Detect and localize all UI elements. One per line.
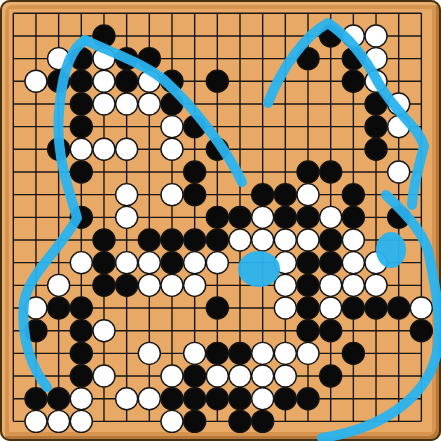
- black-stone[interactable]: [70, 320, 92, 342]
- black-stone[interactable]: [70, 161, 92, 183]
- go-board[interactable]: [0, 0, 441, 441]
- white-stone[interactable]: [161, 410, 183, 432]
- white-stone[interactable]: [116, 252, 138, 274]
- black-stone[interactable]: [410, 320, 432, 342]
- white-stone[interactable]: [116, 184, 138, 206]
- white-stone[interactable]: [274, 229, 296, 251]
- black-stone[interactable]: [70, 365, 92, 387]
- white-stone[interactable]: [297, 342, 319, 364]
- black-stone[interactable]: [184, 365, 206, 387]
- black-stone[interactable]: [161, 70, 183, 92]
- black-stone[interactable]: [206, 206, 228, 228]
- black-stone[interactable]: [206, 297, 228, 319]
- black-stone[interactable]: [297, 161, 319, 183]
- white-stone[interactable]: [252, 388, 274, 410]
- white-stone[interactable]: [138, 388, 160, 410]
- black-stone[interactable]: [365, 138, 387, 160]
- white-stone[interactable]: [320, 206, 342, 228]
- black-stone[interactable]: [25, 388, 47, 410]
- black-stone[interactable]: [48, 138, 70, 160]
- black-stone[interactable]: [184, 116, 206, 138]
- black-stone[interactable]: [388, 206, 410, 228]
- black-stone[interactable]: [206, 70, 228, 92]
- white-stone[interactable]: [138, 70, 160, 92]
- white-stone[interactable]: [184, 342, 206, 364]
- white-stone[interactable]: [388, 161, 410, 183]
- black-stone[interactable]: [184, 184, 206, 206]
- black-stone[interactable]: [297, 320, 319, 342]
- white-stone[interactable]: [342, 252, 364, 274]
- black-stone[interactable]: [365, 297, 387, 319]
- white-stone[interactable]: [365, 274, 387, 296]
- black-stone[interactable]: [70, 342, 92, 364]
- white-stone[interactable]: [138, 342, 160, 364]
- black-stone[interactable]: [274, 184, 296, 206]
- black-stone[interactable]: [93, 252, 115, 274]
- screenshot-stage: [0, 0, 441, 441]
- white-stone[interactable]: [48, 410, 70, 432]
- white-stone[interactable]: [388, 93, 410, 115]
- white-stone[interactable]: [93, 320, 115, 342]
- white-stone[interactable]: [342, 274, 364, 296]
- black-stone[interactable]: [93, 25, 115, 47]
- black-stone[interactable]: [48, 70, 70, 92]
- white-stone[interactable]: [274, 365, 296, 387]
- black-stone[interactable]: [161, 388, 183, 410]
- black-stone[interactable]: [70, 297, 92, 319]
- white-stone[interactable]: [206, 252, 228, 274]
- black-stone[interactable]: [229, 342, 251, 364]
- black-stone[interactable]: [297, 48, 319, 70]
- black-stone[interactable]: [320, 229, 342, 251]
- white-stone[interactable]: [138, 252, 160, 274]
- white-stone[interactable]: [365, 48, 387, 70]
- white-stone[interactable]: [48, 274, 70, 296]
- white-stone[interactable]: [116, 93, 138, 115]
- black-stone[interactable]: [297, 252, 319, 274]
- black-stone[interactable]: [70, 93, 92, 115]
- white-stone[interactable]: [365, 25, 387, 47]
- white-stone[interactable]: [342, 229, 364, 251]
- black-stone[interactable]: [116, 70, 138, 92]
- black-stone[interactable]: [184, 161, 206, 183]
- black-stone[interactable]: [206, 342, 228, 364]
- white-stone[interactable]: [70, 410, 92, 432]
- white-stone[interactable]: [252, 229, 274, 251]
- white-stone[interactable]: [93, 70, 115, 92]
- white-stone[interactable]: [365, 252, 387, 274]
- white-stone[interactable]: [297, 229, 319, 251]
- white-stone[interactable]: [161, 365, 183, 387]
- white-stone[interactable]: [342, 25, 364, 47]
- white-stone[interactable]: [252, 206, 274, 228]
- white-stone[interactable]: [25, 70, 47, 92]
- white-stone[interactable]: [252, 342, 274, 364]
- white-stone[interactable]: [206, 365, 228, 387]
- black-stone[interactable]: [206, 388, 228, 410]
- white-stone[interactable]: [252, 365, 274, 387]
- black-stone[interactable]: [365, 93, 387, 115]
- white-stone[interactable]: [229, 229, 251, 251]
- black-stone[interactable]: [342, 184, 364, 206]
- white-stone[interactable]: [161, 116, 183, 138]
- black-stone[interactable]: [342, 297, 364, 319]
- black-stone[interactable]: [116, 274, 138, 296]
- white-stone[interactable]: [161, 274, 183, 296]
- white-stone[interactable]: [25, 410, 47, 432]
- white-stone[interactable]: [161, 138, 183, 160]
- white-stone[interactable]: [70, 252, 92, 274]
- black-stone[interactable]: [297, 206, 319, 228]
- black-stone[interactable]: [342, 342, 364, 364]
- black-stone[interactable]: [70, 70, 92, 92]
- black-stone[interactable]: [70, 206, 92, 228]
- black-stone[interactable]: [206, 229, 228, 251]
- black-stone[interactable]: [93, 229, 115, 251]
- white-stone[interactable]: [138, 93, 160, 115]
- black-stone[interactable]: [252, 184, 274, 206]
- white-stone[interactable]: [70, 388, 92, 410]
- black-stone[interactable]: [48, 297, 70, 319]
- black-stone[interactable]: [297, 388, 319, 410]
- white-stone[interactable]: [229, 365, 251, 387]
- white-stone[interactable]: [274, 342, 296, 364]
- white-stone[interactable]: [320, 297, 342, 319]
- black-stone[interactable]: [138, 229, 160, 251]
- black-stone[interactable]: [229, 206, 251, 228]
- white-stone[interactable]: [93, 365, 115, 387]
- black-stone[interactable]: [342, 48, 364, 70]
- black-stone[interactable]: [25, 320, 47, 342]
- white-stone[interactable]: [25, 297, 47, 319]
- black-stone[interactable]: [161, 252, 183, 274]
- white-stone[interactable]: [161, 184, 183, 206]
- white-stone[interactable]: [138, 274, 160, 296]
- black-stone[interactable]: [320, 365, 342, 387]
- white-stone[interactable]: [48, 48, 70, 70]
- black-stone[interactable]: [229, 388, 251, 410]
- black-stone[interactable]: [320, 161, 342, 183]
- black-stone[interactable]: [70, 116, 92, 138]
- white-stone[interactable]: [70, 138, 92, 160]
- black-stone[interactable]: [184, 410, 206, 432]
- white-stone[interactable]: [93, 48, 115, 70]
- white-stone[interactable]: [320, 274, 342, 296]
- black-stone[interactable]: [229, 410, 251, 432]
- white-stone[interactable]: [116, 388, 138, 410]
- white-stone[interactable]: [184, 252, 206, 274]
- black-stone[interactable]: [297, 297, 319, 319]
- black-stone[interactable]: [320, 25, 342, 47]
- white-stone[interactable]: [93, 93, 115, 115]
- black-stone[interactable]: [184, 388, 206, 410]
- black-stone[interactable]: [365, 116, 387, 138]
- black-stone[interactable]: [342, 70, 364, 92]
- black-stone[interactable]: [116, 48, 138, 70]
- black-stone[interactable]: [93, 274, 115, 296]
- white-stone[interactable]: [410, 297, 432, 319]
- black-stone[interactable]: [297, 274, 319, 296]
- black-stone[interactable]: [184, 229, 206, 251]
- black-stone[interactable]: [320, 320, 342, 342]
- black-stone[interactable]: [206, 138, 228, 160]
- white-stone[interactable]: [297, 184, 319, 206]
- white-stone[interactable]: [116, 138, 138, 160]
- black-stone[interactable]: [161, 93, 183, 115]
- black-stone[interactable]: [388, 297, 410, 319]
- white-stone[interactable]: [388, 116, 410, 138]
- black-stone[interactable]: [252, 410, 274, 432]
- black-stone[interactable]: [70, 48, 92, 70]
- white-stone[interactable]: [93, 138, 115, 160]
- black-stone[interactable]: [342, 206, 364, 228]
- black-stone[interactable]: [161, 229, 183, 251]
- white-stone[interactable]: [274, 274, 296, 296]
- black-stone[interactable]: [274, 206, 296, 228]
- black-stone[interactable]: [274, 388, 296, 410]
- white-stone[interactable]: [274, 297, 296, 319]
- white-stone[interactable]: [116, 206, 138, 228]
- white-stone[interactable]: [365, 70, 387, 92]
- black-stone[interactable]: [138, 48, 160, 70]
- white-stone[interactable]: [184, 274, 206, 296]
- black-stone[interactable]: [320, 252, 342, 274]
- white-stone[interactable]: [274, 252, 296, 274]
- black-stone[interactable]: [48, 388, 70, 410]
